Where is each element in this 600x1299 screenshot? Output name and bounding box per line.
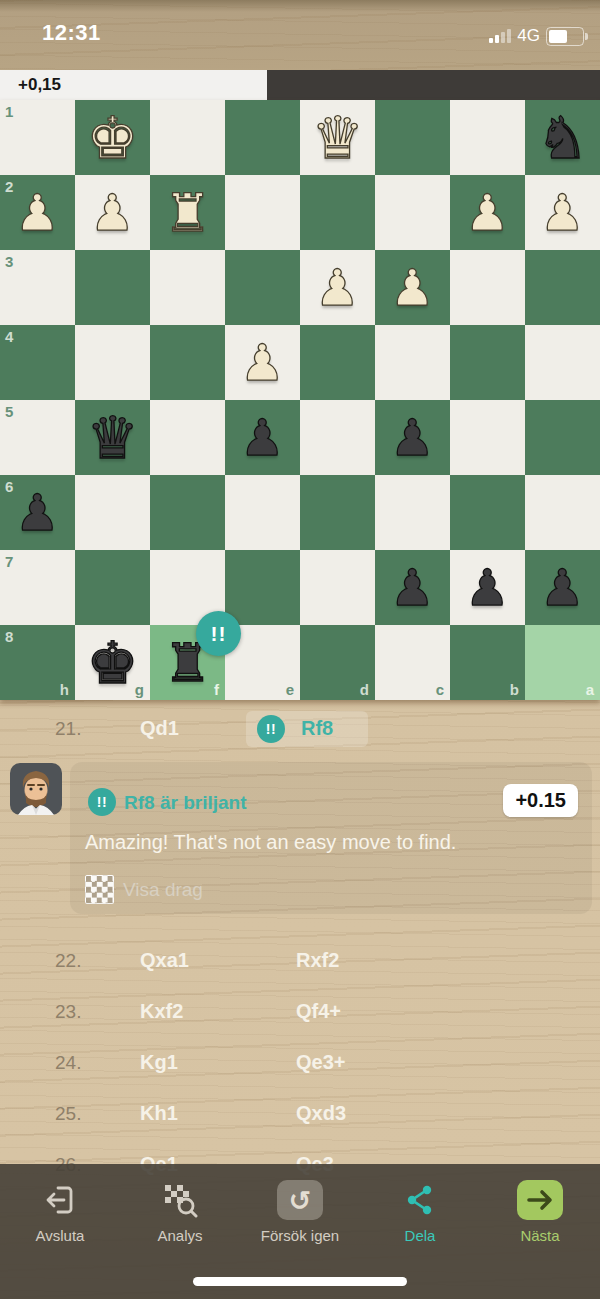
toolbar-item-next[interactable]: Nästa	[480, 1164, 600, 1299]
current-move-row: 21. Qd1 !! Rf8	[0, 700, 600, 758]
rank-label-7: 7	[5, 553, 13, 570]
move-row: 24.Kg1Qe3+	[0, 1039, 600, 1090]
file-label-h: h	[60, 681, 69, 698]
move-row: 25.Kh1Qxd3	[0, 1090, 600, 1141]
square-c8[interactable]: c	[375, 625, 450, 700]
black-queen: ♛	[75, 400, 150, 475]
square-a3[interactable]	[525, 250, 600, 325]
analysis-icon	[162, 1178, 198, 1222]
square-f2[interactable]: ♜	[150, 175, 225, 250]
square-h5[interactable]: 5	[0, 400, 75, 475]
square-a1[interactable]: ♞	[525, 100, 600, 175]
black-king: ♚	[75, 625, 150, 700]
brilliant-badge-coach: !!	[88, 788, 116, 816]
move-list: 22.Qxa1Rxf223.Kxf2Qf4+24.Kg1Qe3+25.Kh1Qx…	[0, 937, 600, 1192]
black-pawn: ♟	[0, 475, 75, 550]
square-d5[interactable]	[300, 400, 375, 475]
signal-strength-icon	[489, 29, 511, 43]
black-pawn: ♟	[375, 550, 450, 625]
square-h8[interactable]: 8h	[0, 625, 75, 700]
black-move[interactable]: Rxf2	[296, 949, 339, 972]
black-pawn: ♟	[450, 550, 525, 625]
rank-label-4: 4	[5, 328, 13, 345]
file-label-b: b	[510, 681, 519, 698]
white-move[interactable]: Kg1	[140, 1051, 178, 1074]
square-b1[interactable]	[450, 100, 525, 175]
square-h7[interactable]: 7	[0, 550, 75, 625]
black-knight: ♞	[525, 100, 600, 175]
move-row: 23.Kxf2Qf4+	[0, 988, 600, 1039]
show-move-button[interactable]: Visa drag	[123, 879, 203, 901]
share-icon	[403, 1178, 437, 1222]
square-d6[interactable]	[300, 475, 375, 550]
square-c1[interactable]	[375, 100, 450, 175]
toolbar-label-next: Nästa	[520, 1227, 559, 1244]
square-g4[interactable]	[75, 325, 150, 400]
screen: 12:31 4G +0,15 1♚♛♞2♟♟♜♟♟3♟♟4♟5♛♟♟6♟7♟♟♟…	[0, 0, 600, 1299]
white-pawn: ♟	[525, 175, 600, 250]
status-time: 12:31	[42, 20, 101, 46]
brilliant-badge-small: !!	[257, 715, 285, 743]
square-g8[interactable]: g♚	[75, 625, 150, 700]
square-d2[interactable]	[300, 175, 375, 250]
white-rook: ♜	[150, 175, 225, 250]
evaluation-white-portion: +0,15	[0, 70, 267, 100]
exit-icon	[43, 1178, 77, 1222]
square-b8[interactable]: b	[450, 625, 525, 700]
status-icons: 4G	[489, 26, 584, 46]
square-e6[interactable]	[225, 475, 300, 550]
square-c6[interactable]	[375, 475, 450, 550]
square-h2[interactable]: 2♟	[0, 175, 75, 250]
square-d3[interactable]: ♟	[300, 250, 375, 325]
square-b3[interactable]	[450, 250, 525, 325]
square-e3[interactable]	[225, 250, 300, 325]
white-pawn: ♟	[0, 175, 75, 250]
move-number: 24.	[55, 1052, 81, 1074]
square-a5[interactable]	[525, 400, 600, 475]
next-icon	[517, 1178, 563, 1222]
square-a8[interactable]: a	[525, 625, 600, 700]
square-e1[interactable]	[225, 100, 300, 175]
square-c4[interactable]	[375, 325, 450, 400]
toolbar-label-share: Dela	[405, 1227, 436, 1244]
retry-icon: ↺	[277, 1178, 323, 1222]
square-d1[interactable]: ♛	[300, 100, 375, 175]
black-pawn: ♟	[525, 550, 600, 625]
white-pawn: ♟	[375, 250, 450, 325]
square-h6[interactable]: 6♟	[0, 475, 75, 550]
square-h1[interactable]: 1	[0, 100, 75, 175]
white-move[interactable]: Kh1	[140, 1102, 178, 1125]
square-a6[interactable]	[525, 475, 600, 550]
mini-board-icon	[85, 875, 114, 904]
square-f3[interactable]	[150, 250, 225, 325]
square-b5[interactable]	[450, 400, 525, 475]
evaluation-bar: +0,15	[0, 70, 600, 100]
battery-icon	[546, 27, 584, 46]
square-b4[interactable]	[450, 325, 525, 400]
rank-label-8: 8	[5, 628, 13, 645]
black-pawn: ♟	[375, 400, 450, 475]
square-c5[interactable]: ♟	[375, 400, 450, 475]
black-move[interactable]: Qxd3	[296, 1102, 346, 1125]
black-move[interactable]: Qe3+	[296, 1051, 345, 1074]
evaluation-black-portion	[267, 70, 600, 100]
evaluation-badge: +0.15	[503, 784, 578, 817]
square-g6[interactable]	[75, 475, 150, 550]
toolbar-label-analysis: Analys	[157, 1227, 202, 1244]
square-d4[interactable]	[300, 325, 375, 400]
move-number: 23.	[55, 1001, 81, 1023]
square-f1[interactable]	[150, 100, 225, 175]
square-g7[interactable]	[75, 550, 150, 625]
white-pawn: ♟	[450, 175, 525, 250]
white-king: ♚	[75, 100, 150, 175]
square-g5[interactable]: ♛	[75, 400, 150, 475]
rank-label-5: 5	[5, 403, 13, 420]
move-row: 22.Qxa1Rxf2	[0, 937, 600, 988]
square-e5[interactable]: ♟	[225, 400, 300, 475]
chess-board: 1♚♛♞2♟♟♜♟♟3♟♟4♟5♛♟♟6♟7♟♟♟8hg♚f♜edcba!!	[0, 100, 600, 700]
rank-label-3: 3	[5, 253, 13, 270]
white-move[interactable]: Qxa1	[140, 949, 189, 972]
square-a7[interactable]: ♟	[525, 550, 600, 625]
white-move[interactable]: Kxf2	[140, 1000, 183, 1023]
file-label-e: e	[286, 681, 294, 698]
square-c7[interactable]: ♟	[375, 550, 450, 625]
black-move[interactable]: Qf4+	[296, 1000, 341, 1023]
rank-label-1: 1	[5, 103, 13, 120]
square-h3[interactable]: 3	[0, 250, 75, 325]
network-type-label: 4G	[517, 26, 540, 46]
square-d7[interactable]	[300, 550, 375, 625]
black-pawn: ♟	[225, 400, 300, 475]
white-pawn: ♟	[300, 250, 375, 325]
move-number: 22.	[55, 950, 81, 972]
square-c2[interactable]	[375, 175, 450, 250]
square-g3[interactable]	[75, 250, 150, 325]
toolbar-item-exit[interactable]: Avsluta	[0, 1164, 120, 1299]
white-queen: ♛	[300, 100, 375, 175]
square-a4[interactable]	[525, 325, 600, 400]
square-b2[interactable]: ♟	[450, 175, 525, 250]
square-g2[interactable]: ♟	[75, 175, 150, 250]
square-f4[interactable]	[150, 325, 225, 400]
toolbar-label-exit: Avsluta	[36, 1227, 85, 1244]
file-label-c: c	[436, 681, 444, 698]
square-b6[interactable]	[450, 475, 525, 550]
square-b7[interactable]: ♟	[450, 550, 525, 625]
square-d8[interactable]: d	[300, 625, 375, 700]
white-pawn: ♟	[75, 175, 150, 250]
square-e2[interactable]	[225, 175, 300, 250]
toolbar-label-retry: Försök igen	[261, 1227, 339, 1244]
coach-title: Rf8 är briljant	[124, 792, 246, 814]
white-move[interactable]: Qd1	[140, 717, 179, 740]
brilliant-badge: !!	[196, 611, 241, 656]
coach-comment: Amazing! That's not an easy move to find…	[85, 831, 575, 854]
square-g1[interactable]: ♚	[75, 100, 150, 175]
square-c3[interactable]: ♟	[375, 250, 450, 325]
square-a2[interactable]: ♟	[525, 175, 600, 250]
file-label-d: d	[360, 681, 369, 698]
black-move-selected[interactable]: Rf8	[301, 717, 333, 740]
evaluation-label: +0,15	[18, 75, 61, 95]
square-e7[interactable]	[225, 550, 300, 625]
coach-avatar	[10, 763, 62, 815]
square-f5[interactable]	[150, 400, 225, 475]
move-number: 25.	[55, 1103, 81, 1125]
white-pawn: ♟	[225, 325, 300, 400]
square-f6[interactable]	[150, 475, 225, 550]
move-number: 21.	[55, 718, 81, 740]
home-indicator[interactable]	[193, 1277, 407, 1286]
square-h4[interactable]: 4	[0, 325, 75, 400]
file-label-a: a	[586, 681, 594, 698]
square-e4[interactable]: ♟	[225, 325, 300, 400]
